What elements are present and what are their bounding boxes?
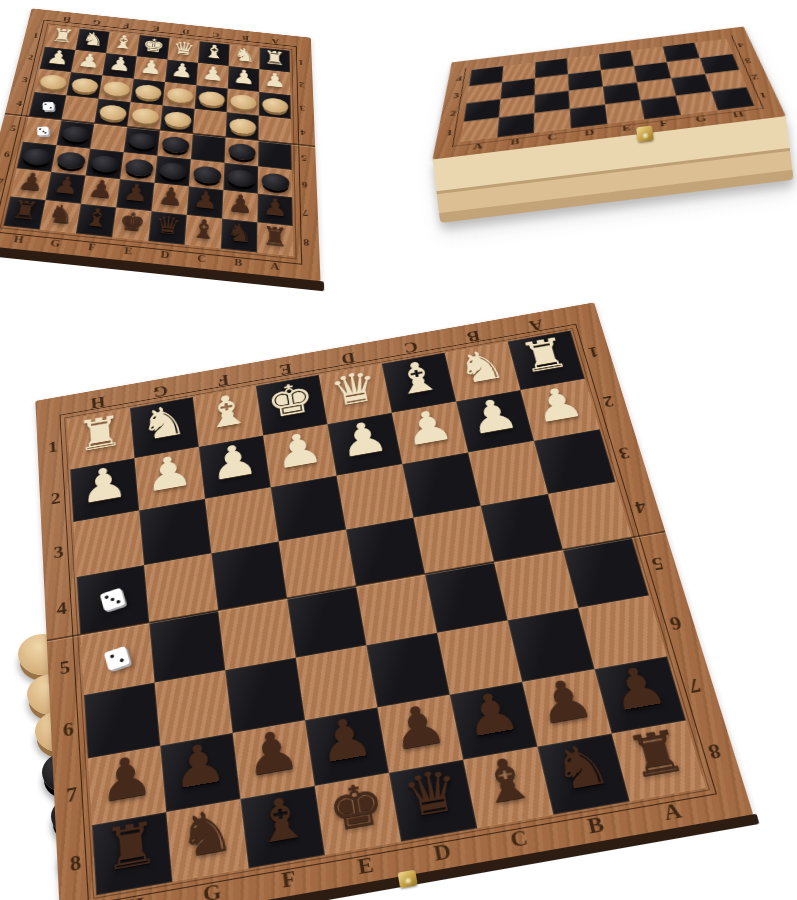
main-open-board-view: ♜♞♝♚♛♝♞♜♟♟♟♟♟♟♟♟♟♟♟♟♟♟♟♟♜♞♝♚♛♝♞♜HHGGFFEE…: [35, 302, 753, 900]
piece-white-king-e1: ♚: [264, 376, 318, 425]
square-e8: ♚: [315, 773, 401, 855]
file-label-top-C: C: [402, 337, 420, 356]
file-label-bottom-G: G: [202, 878, 223, 900]
die-pip: [116, 600, 121, 604]
square-b8: ♞: [221, 219, 258, 253]
file-label-top-A: A: [271, 37, 279, 45]
piece-white-pawn-b2: ♟: [464, 391, 523, 441]
box-square-c1: [534, 109, 571, 133]
piece-black-rook-a8: ♜: [621, 721, 692, 787]
box-rank-label-left-2: 2: [449, 110, 457, 119]
piece-black-queen-d8: ♛: [398, 760, 465, 826]
box-file-label-E: E: [621, 124, 632, 134]
square-d4: [160, 105, 195, 133]
square-b4: [226, 112, 259, 140]
square-d7: ♟: [151, 183, 188, 215]
square-b7: ♟: [222, 190, 258, 222]
piece-white-pawn-d2: ♟: [170, 60, 194, 81]
piece-black-bishop-c8: ♝: [190, 215, 218, 242]
file-label-bottom-B: B: [585, 811, 607, 839]
piece-white-king-e1: ♚: [141, 35, 165, 55]
rank-label-right-1: 1: [585, 342, 600, 361]
file-label-top-B: B: [465, 326, 482, 345]
box-file-label-F: F: [659, 119, 670, 129]
piece-white-rook-a1: ♜: [263, 48, 285, 68]
square-c5: [191, 133, 226, 162]
file-label-bottom-F: F: [280, 865, 298, 893]
die-showing-2: [104, 646, 131, 671]
checker-dark-disc-d5: [161, 135, 190, 154]
piece-black-pawn-d7: ♟: [157, 183, 185, 209]
piece-white-knight-g1: ♞: [138, 398, 189, 447]
piece-black-pawn-c7: ♟: [192, 187, 219, 213]
rank-label-left-4: 4: [56, 597, 68, 619]
rank-label-right-4: 4: [300, 128, 306, 138]
square-a3: [259, 92, 291, 119]
piece-white-bishop-c1: ♝: [390, 353, 446, 402]
piece-black-knight-g8: ♞: [176, 800, 238, 867]
checker-light-disc-c3: [198, 90, 225, 107]
die-showing-3: [100, 588, 126, 612]
checker-light-disc-d4: [163, 110, 191, 128]
box-rank-label-right-2: 2: [750, 73, 760, 81]
checker-dark-disc-d6: [158, 161, 187, 181]
file-label-top-D: D: [339, 348, 356, 367]
file-label-bottom-H: H: [126, 892, 146, 900]
box-rank-label-right-1: 1: [757, 90, 768, 99]
piece-white-knight-b1: ♞: [233, 45, 256, 65]
box-square-a1: [461, 118, 499, 142]
checker-dark-disc-c6: [192, 165, 221, 185]
square-a1: ♜: [259, 48, 290, 73]
rank-label-right-6: 6: [301, 179, 307, 190]
piece-black-pawn-g7: ♟: [169, 734, 229, 798]
file-label-bottom-A: A: [660, 798, 684, 826]
file-label-top-C: C: [211, 31, 219, 39]
piece-white-queen-d1: ♛: [327, 365, 382, 414]
square-b1: ♞: [229, 44, 260, 69]
file-label-bottom-D: D: [431, 838, 453, 867]
square-d8: ♛: [148, 211, 186, 245]
piece-white-pawn-h2: ♟: [78, 459, 129, 511]
square-c6: [189, 159, 225, 190]
checker-dark-disc-b5: [228, 142, 256, 161]
piece-black-queen-d8: ♛: [154, 211, 182, 238]
square-a6: [258, 166, 292, 197]
checker-dark-disc-b6: [227, 168, 255, 188]
piece-white-pawn-f2: ♟: [207, 436, 261, 487]
square-c3: [195, 85, 228, 112]
square-d6: [154, 156, 190, 187]
box-square-f1: [640, 96, 680, 119]
box-file-label-D: D: [584, 128, 595, 138]
box-square-g1: [676, 91, 718, 114]
file-label-bottom-D: D: [160, 248, 170, 260]
rank-label-left-5: 5: [59, 656, 71, 680]
piece-white-bishop-c1: ♝: [202, 42, 225, 62]
checker-light-disc-d3: [166, 87, 193, 104]
square-a2: ♟: [259, 69, 290, 95]
square-b5: [225, 137, 259, 166]
checker-light-disc-b4: [229, 117, 256, 135]
box-rank-label-left-4: 4: [455, 76, 463, 84]
piece-white-knight-b1: ♞: [453, 342, 510, 390]
die-pip: [109, 654, 114, 659]
piece-black-knight-b8: ♞: [226, 219, 253, 246]
checker-light-disc-b3: [230, 93, 256, 110]
box-rank-label-left-1: 1: [445, 129, 454, 138]
piece-black-pawn-a7: ♟: [604, 657, 673, 720]
box-file-label-A: A: [472, 142, 483, 152]
piece-black-pawn-c7: ♟: [459, 683, 525, 746]
piece-black-pawn-f7: ♟: [242, 721, 304, 785]
checker-dark-disc-a6: [261, 172, 289, 192]
piece-black-bishop-c8: ♝: [473, 747, 541, 813]
box-brass-clasp: [637, 125, 655, 142]
rank-label-right-4: 4: [632, 496, 649, 518]
checker-light-disc-a3: [262, 97, 288, 114]
square-a5: [258, 140, 292, 170]
rank-label-left-2: 2: [50, 488, 61, 509]
product-photo-scene: ♜♞♝♚♛♝♞♜♟♟♟♟♟♟♟♟♟♟♟♟♟♟♟♟♜♞♝♚♛♝♞♜HHGGFFEE…: [0, 0, 797, 900]
rank-label-right-8: 8: [303, 236, 310, 248]
square-a8: ♜: [257, 222, 293, 256]
piece-white-pawn-a2: ♟: [263, 69, 286, 90]
piece-black-pawn-d7: ♟: [387, 695, 452, 758]
piece-white-pawn-e2: ♟: [138, 57, 163, 78]
rank-label-right-8: 8: [705, 737, 724, 763]
piece-white-pawn-a2: ♟: [529, 380, 589, 430]
box-rank-label-right-3: 3: [743, 57, 753, 65]
square-h8: ♜: [92, 812, 173, 895]
file-label-top-H: H: [89, 392, 105, 412]
square-d2: ♟: [165, 60, 198, 86]
rank-label-left-3: 3: [53, 541, 65, 563]
file-label-bottom-A: A: [270, 260, 279, 272]
rank-label-right-3: 3: [299, 104, 305, 113]
piece-white-bishop-f1: ♝: [201, 387, 254, 436]
box-file-label-C: C: [547, 133, 558, 143]
piece-white-pawn-c2: ♟: [400, 402, 458, 453]
square-c8: ♝: [185, 215, 223, 249]
square-c7: ♟: [187, 186, 224, 218]
piece-white-pawn-d2: ♟: [336, 414, 392, 465]
box-file-label-H: H: [731, 110, 745, 120]
square-a8: ♜: [612, 720, 706, 801]
file-label-top-E: E: [152, 25, 160, 33]
piece-white-rook-a1: ♜: [516, 331, 574, 379]
piece-black-rook-h8: ♜: [101, 813, 161, 881]
square-d5: [157, 130, 193, 159]
rank-label-right-6: 6: [666, 611, 684, 635]
file-label-top-F: F: [216, 370, 230, 389]
file-label-top-A: A: [527, 315, 546, 334]
box-square-b1: [497, 113, 534, 137]
playing-area: ♜♞♝♚♛♝♞♜♟♟♟♟♟♟♟♟♟♟♟♟♟♟♟♟♜♞♝♚♛♝♞♜: [67, 330, 706, 895]
rank-label-right-7: 7: [685, 672, 703, 697]
piece-black-rook-a8: ♜: [262, 223, 288, 250]
piece-black-pawn-b7: ♟: [531, 670, 599, 733]
rank-label-left-7: 7: [66, 782, 79, 808]
piece-black-pawn-b7: ♟: [227, 190, 253, 216]
piece-black-bishop-f8: ♝: [250, 787, 313, 854]
rank-label-right-1: 1: [298, 58, 304, 66]
box-square-d1: [570, 104, 608, 128]
square-d8: ♛: [389, 760, 477, 842]
square-c4: [193, 109, 227, 137]
square-b6: [223, 163, 258, 194]
box-square-e1: [605, 100, 644, 124]
file-label-top-E: E: [278, 359, 294, 378]
closed-box-view: ABCDEFGH44332211: [418, 1, 793, 223]
square-g8: ♞: [166, 799, 248, 882]
piece-white-rook-h1: ♜: [75, 409, 125, 459]
square-b3: [227, 89, 259, 116]
piece-black-knight-b8: ♞: [547, 734, 617, 800]
chess-board: ♜♞♝♚♛♝♞♜♟♟♟♟♟♟♟♟♟♟♟♟♟♟♟♟♜♞♝♚♛♝♞♜HHGGFFEE…: [35, 302, 753, 900]
piece-black-pawn-e7: ♟: [314, 708, 377, 772]
rank-label-left-6: 6: [62, 717, 74, 742]
box-rank-label-right-4: 4: [736, 41, 745, 48]
die-pip: [110, 597, 115, 601]
square-d3: [163, 82, 197, 109]
square-a7: ♟: [257, 194, 292, 226]
file-label-top-D: D: [181, 28, 189, 36]
piece-white-queen-d1: ♛: [172, 38, 196, 58]
piece-black-king-e8: ♚: [324, 774, 389, 841]
rank-label-right-5: 5: [649, 552, 666, 575]
piece-black-pawn-a7: ♟: [262, 194, 288, 220]
rank-label-right-2: 2: [600, 391, 616, 411]
file-label-bottom-C: C: [197, 252, 207, 264]
file-label-top-B: B: [241, 34, 248, 42]
rank-label-right-2: 2: [299, 80, 305, 89]
piece-white-pawn-g2: ♟: [143, 448, 196, 500]
square-b2: ♟: [228, 66, 260, 92]
square-c2: ♟: [196, 63, 228, 89]
piece-black-pawn-h7: ♟: [97, 746, 155, 810]
file-label-bottom-E: E: [356, 852, 376, 880]
rank-label-left-1: 1: [48, 437, 59, 457]
die-pip: [120, 658, 125, 663]
box-file-label-B: B: [510, 137, 520, 147]
rank-label-left-8: 8: [69, 850, 82, 877]
rank-label-right-7: 7: [302, 207, 309, 218]
box-file-label-G: G: [695, 114, 709, 124]
file-label-top-G: G: [152, 381, 169, 401]
piece-white-pawn-c2: ♟: [201, 63, 225, 84]
rank-label-right-5: 5: [300, 153, 306, 163]
file-label-bottom-C: C: [508, 824, 531, 852]
square-f8: ♝: [240, 786, 324, 869]
brass-clasp: [397, 870, 417, 889]
square-a4: [258, 116, 291, 144]
box-rank-label-left-3: 3: [452, 92, 460, 100]
file-label-bottom-B: B: [234, 256, 243, 268]
rank-label-right-3: 3: [616, 442, 632, 463]
die-pip: [104, 595, 109, 599]
box-square-h1: [711, 87, 754, 110]
piece-white-pawn-e2: ♟: [271, 425, 326, 476]
piece-white-pawn-b2: ♟: [232, 66, 255, 87]
square-d1: ♛: [167, 38, 199, 63]
